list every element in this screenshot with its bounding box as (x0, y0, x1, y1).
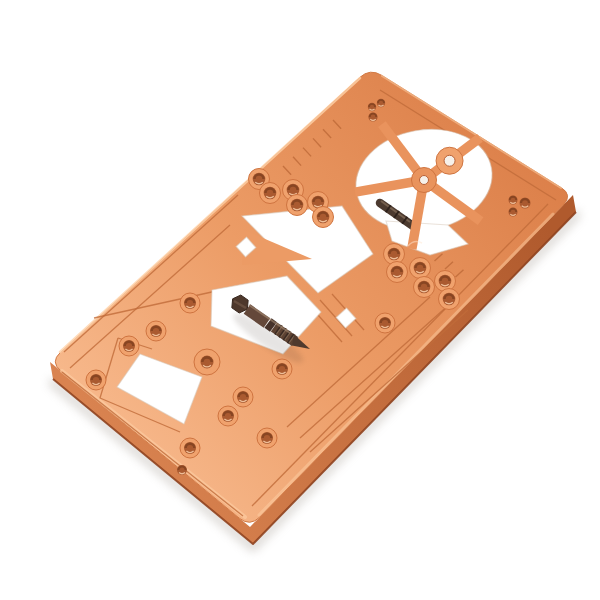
screw-collar (268, 323, 274, 327)
hub-hole (420, 176, 429, 185)
product-photo: Orange plastic hinge drilling jig templa… (0, 0, 600, 600)
boss-hole (444, 155, 455, 166)
jig-photo-canvas (0, 0, 600, 600)
